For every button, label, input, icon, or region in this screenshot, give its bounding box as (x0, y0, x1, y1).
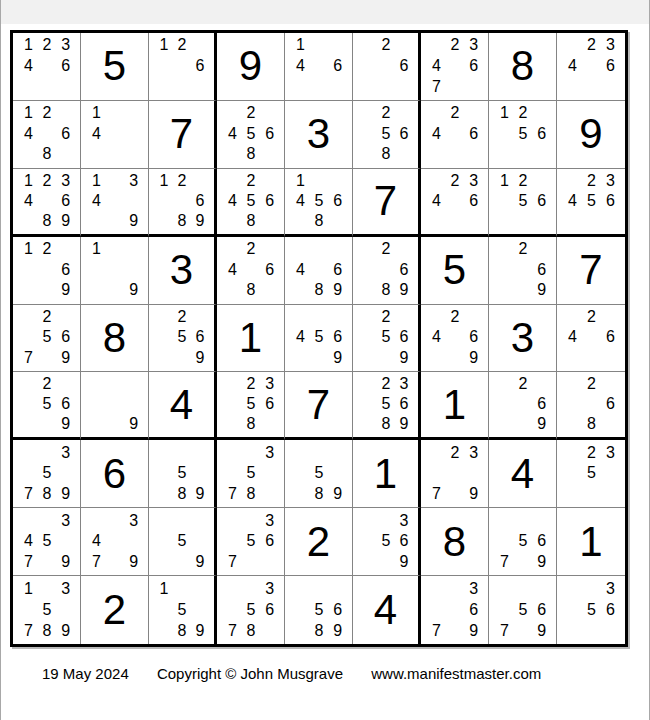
cell-r4c5[interactable]: 4689 (285, 237, 353, 305)
pencil-mark: 2 (242, 239, 261, 260)
pencil-mark (328, 171, 347, 191)
pencil-mark (291, 442, 310, 463)
pencil-mark (56, 307, 75, 328)
pencil-mark: 2 (582, 442, 601, 463)
pencil-mark (359, 144, 377, 165)
pencil-mark: 6 (191, 56, 209, 77)
cell-r4c1[interactable]: 1269 (13, 237, 81, 305)
pencil-mark: 2 (377, 35, 395, 56)
cell-r4c9[interactable]: 7 (557, 237, 625, 305)
cell-r7c4[interactable]: 3578 (217, 440, 285, 508)
pencil-mark (291, 599, 310, 620)
cell-r1c1[interactable]: 12346 (13, 33, 81, 101)
pencil-mark (563, 599, 582, 620)
cell-r2c3[interactable]: 7 (149, 101, 217, 169)
pencil-mark (124, 144, 143, 165)
pencil-mark (19, 463, 38, 484)
pencil-mark (495, 191, 514, 211)
cell-r9c7[interactable]: 3679 (421, 576, 489, 644)
pencil-mark: 6 (260, 599, 279, 620)
pencil-mark (563, 414, 582, 434)
cell-r7c2[interactable]: 6 (81, 440, 149, 508)
pencil-mark (223, 144, 242, 165)
pencil-mark: 6 (191, 191, 209, 211)
cell-r5c2[interactable]: 8 (81, 305, 149, 373)
pencil-marks: 9 (81, 372, 148, 437)
pencil-mark (377, 551, 395, 572)
cell-r6c3[interactable]: 4 (149, 372, 217, 440)
pencil-mark (155, 211, 173, 231)
pencil-mark: 6 (328, 259, 347, 280)
pencil-mark (124, 374, 143, 394)
pencil-mark (291, 578, 310, 599)
pencil-marks: 146 (285, 33, 352, 100)
pencil-mark (359, 510, 377, 531)
pencil-mark: 7 (495, 620, 514, 641)
cell-r6c9[interactable]: 268 (557, 372, 625, 440)
cell-r2c8[interactable]: 1256 (489, 101, 557, 169)
cell-r8c8[interactable]: 5679 (489, 508, 557, 576)
pencil-mark: 5 (377, 531, 395, 552)
pencil-mark: 1 (155, 171, 173, 191)
cell-r2c2[interactable]: 14 (81, 101, 149, 169)
pencil-mark (19, 259, 38, 280)
pencil-mark (223, 463, 242, 484)
pencil-mark (464, 76, 483, 97)
pencil-mark (260, 171, 279, 191)
pencil-mark (582, 211, 601, 231)
cell-r5c8[interactable]: 3 (489, 305, 557, 373)
pencil-mark (38, 191, 57, 211)
pencil-mark (87, 510, 106, 531)
pencil-mark: 5 (582, 599, 601, 620)
pencil-mark (601, 348, 620, 369)
pencil-mark (563, 171, 582, 191)
pencil-mark (395, 35, 413, 56)
pencil-mark (328, 76, 347, 97)
pencil-marks: 246 (421, 101, 488, 168)
pencil-mark: 3 (601, 35, 620, 56)
pencil-mark: 4 (19, 191, 38, 211)
pencil-mark: 3 (464, 578, 483, 599)
pencil-mark (223, 394, 242, 414)
pencil-marks: 23568 (217, 372, 284, 437)
pencil-mark (395, 76, 413, 97)
pencil-mark (291, 484, 310, 505)
cell-value: 1 (239, 317, 262, 359)
cell-r8c7[interactable]: 8 (421, 508, 489, 576)
pencil-mark (495, 510, 514, 531)
cell-r7c9[interactable]: 235 (557, 440, 625, 508)
cell-r9c6[interactable]: 4 (353, 576, 421, 644)
pencil-mark: 4 (223, 191, 242, 211)
pencil-mark: 8 (310, 484, 329, 505)
cell-r2c7[interactable]: 246 (421, 101, 489, 169)
cell-r9c1[interactable]: 135789 (13, 576, 81, 644)
pencil-mark (106, 259, 125, 280)
pencil-mark (464, 144, 483, 165)
pencil-mark (173, 510, 191, 531)
cell-r2c6[interactable]: 2568 (353, 101, 421, 169)
pencil-mark (328, 35, 347, 56)
pencil-mark: 3 (601, 442, 620, 463)
pencil-mark: 3 (56, 35, 75, 56)
pencil-mark (495, 374, 514, 394)
pencil-mark (377, 56, 395, 77)
pencil-mark: 5 (377, 327, 395, 348)
pencil-mark (446, 463, 465, 484)
pencil-mark: 5 (38, 599, 57, 620)
pencil-mark: 4 (87, 531, 106, 552)
pencil-mark (446, 599, 465, 620)
pencil-mark (464, 463, 483, 484)
pencil-marks: 269 (489, 372, 556, 437)
pencil-mark: 6 (260, 531, 279, 552)
pencil-mark (106, 103, 125, 124)
cell-r8c5[interactable]: 2 (285, 508, 353, 576)
cell-r6c4[interactable]: 23568 (217, 372, 285, 440)
pencil-mark: 8 (242, 620, 261, 641)
pencil-mark: 3 (124, 510, 143, 531)
pencil-mark: 5 (582, 463, 601, 484)
pencil-mark: 8 (242, 144, 261, 165)
cell-r5c3[interactable]: 2569 (149, 305, 217, 373)
pencil-mark (310, 76, 329, 97)
pencil-marks: 23456 (557, 169, 625, 234)
pencil-mark (514, 144, 533, 165)
pencil-mark (359, 551, 377, 572)
pencil-mark (495, 599, 514, 620)
pencil-marks: 34579 (13, 508, 80, 575)
pencil-marks: 135789 (13, 576, 80, 644)
pencil-marks: 268 (557, 372, 625, 437)
pencil-mark (446, 211, 465, 231)
cell-r8c3[interactable]: 59 (149, 508, 217, 576)
pencil-mark: 5 (242, 124, 261, 145)
pencil-marks: 2346 (421, 169, 488, 234)
cell-r4c7[interactable]: 5 (421, 237, 489, 305)
pencil-mark: 4 (427, 56, 446, 77)
pencil-mark (191, 307, 209, 328)
pencil-mark: 3 (395, 374, 413, 394)
pencil-mark (291, 76, 310, 97)
cell-r7c7[interactable]: 2379 (421, 440, 489, 508)
cell-value: 1 (443, 384, 466, 426)
cell-r5c7[interactable]: 2469 (421, 305, 489, 373)
cell-r9c4[interactable]: 35678 (217, 576, 285, 644)
footer-website: www.manifestmaster.com (371, 665, 541, 682)
cell-r1c6[interactable]: 26 (353, 33, 421, 101)
pencil-mark: 4 (87, 191, 106, 211)
pencil-mark (223, 531, 242, 552)
pencil-mark (106, 211, 125, 231)
pencil-mark (191, 599, 209, 620)
pencil-mark: 6 (395, 124, 413, 145)
cell-r5c5[interactable]: 4569 (285, 305, 353, 373)
cell-r1c7[interactable]: 23467 (421, 33, 489, 101)
cell-r1c3[interactable]: 126 (149, 33, 217, 101)
pencil-mark (359, 307, 377, 328)
pencil-marks: 2469 (421, 305, 488, 372)
pencil-mark: 6 (464, 56, 483, 77)
pencil-mark: 5 (242, 531, 261, 552)
cell-r1c8[interactable]: 8 (489, 33, 557, 101)
cell-r5c6[interactable]: 2569 (353, 305, 421, 373)
pencil-mark (38, 280, 57, 301)
pencil-mark (38, 76, 57, 97)
cell-r1c5[interactable]: 146 (285, 33, 353, 101)
pencil-mark: 9 (464, 620, 483, 641)
pencil-mark (19, 374, 38, 394)
cell-r2c4[interactable]: 24568 (217, 101, 285, 169)
cell-r2c9[interactable]: 9 (557, 101, 625, 169)
pencil-mark: 3 (601, 578, 620, 599)
cell-r1c4[interactable]: 9 (217, 33, 285, 101)
pencil-mark: 4 (291, 191, 310, 211)
pencil-mark (377, 348, 395, 369)
pencil-mark (223, 374, 242, 394)
pencil-mark: 2 (446, 35, 465, 56)
cell-r4c4[interactable]: 2468 (217, 237, 285, 305)
pencil-marks: 24568 (217, 169, 284, 234)
pencil-mark: 8 (310, 620, 329, 641)
cell-r9c2[interactable]: 2 (81, 576, 149, 644)
cell-r5c4[interactable]: 1 (217, 305, 285, 373)
pencil-marks: 5679 (489, 576, 556, 644)
pencil-mark (310, 348, 329, 369)
pencil-mark: 7 (223, 484, 242, 505)
pencil-mark (223, 280, 242, 301)
cell-value: 7 (170, 113, 193, 155)
cell-r3c4[interactable]: 24568 (217, 169, 285, 237)
cell-r2c1[interactable]: 12468 (13, 101, 81, 169)
cell-r9c5[interactable]: 5689 (285, 576, 353, 644)
cell-r3c7[interactable]: 2346 (421, 169, 489, 237)
pencil-mark: 6 (328, 599, 347, 620)
cell-r4c6[interactable]: 2689 (353, 237, 421, 305)
pencil-mark: 8 (582, 414, 601, 434)
cell-r6c5[interactable]: 7 (285, 372, 353, 440)
pencil-mark: 4 (427, 327, 446, 348)
cell-value: 2 (307, 521, 330, 563)
cell-r6c2[interactable]: 9 (81, 372, 149, 440)
pencil-marks: 235 (557, 440, 625, 507)
pencil-mark (563, 211, 582, 231)
cell-r8c9[interactable]: 1 (557, 508, 625, 576)
cell-r2c5[interactable]: 3 (285, 101, 353, 169)
pencil-mark (601, 463, 620, 484)
cell-value: 3 (307, 113, 330, 155)
pencil-mark: 2 (514, 103, 533, 124)
pencil-mark: 9 (124, 414, 143, 434)
pencil-mark (19, 510, 38, 531)
cell-value: 7 (579, 249, 602, 291)
cell-r5c1[interactable]: 25679 (13, 305, 81, 373)
pencil-mark: 8 (173, 620, 191, 641)
pencil-mark (310, 307, 329, 328)
pencil-mark: 3 (395, 510, 413, 531)
pencil-mark (106, 414, 125, 434)
footer-copyright: Copyright © John Musgrave (157, 665, 343, 682)
pencil-mark (427, 348, 446, 369)
pencil-mark: 3 (56, 578, 75, 599)
cell-r1c2[interactable]: 5 (81, 33, 149, 101)
pencil-mark: 1 (19, 171, 38, 191)
cell-value: 5 (443, 249, 466, 291)
cell-value: 1 (579, 521, 602, 563)
pencil-mark: 6 (532, 599, 551, 620)
cell-r8c2[interactable]: 3479 (81, 508, 149, 576)
pencil-mark (359, 124, 377, 145)
pencil-mark (601, 620, 620, 641)
pencil-mark (601, 374, 620, 394)
pencil-mark: 6 (464, 327, 483, 348)
cell-r3c2[interactable]: 1349 (81, 169, 149, 237)
pencil-mark (359, 348, 377, 369)
cell-r7c3[interactable]: 589 (149, 440, 217, 508)
pencil-marks: 2569 (353, 305, 418, 372)
cell-r9c9[interactable]: 356 (557, 576, 625, 644)
pencil-mark (395, 239, 413, 260)
pencil-mark: 2 (38, 103, 57, 124)
pencil-mark: 7 (495, 551, 514, 572)
pencil-mark: 6 (601, 327, 620, 348)
cell-r7c1[interactable]: 35789 (13, 440, 81, 508)
pencil-mark: 6 (191, 327, 209, 348)
pencil-mark (223, 442, 242, 463)
pencil-mark: 5 (310, 599, 329, 620)
cell-r3c9[interactable]: 23456 (557, 169, 625, 237)
pencil-mark (155, 76, 173, 97)
cell-r7c6[interactable]: 1 (353, 440, 421, 508)
footer-date: 19 May 2024 (42, 665, 129, 682)
pencil-mark (155, 327, 173, 348)
pencil-marks: 35789 (13, 440, 80, 507)
pencil-mark: 5 (173, 327, 191, 348)
pencil-mark (532, 171, 551, 191)
cell-r7c8[interactable]: 4 (489, 440, 557, 508)
pencil-mark: 4 (223, 259, 242, 280)
cell-r6c1[interactable]: 2569 (13, 372, 81, 440)
pencil-mark (38, 259, 57, 280)
pencil-mark: 3 (601, 171, 620, 191)
cell-r3c1[interactable]: 1234689 (13, 169, 81, 237)
cell-r4c3[interactable]: 3 (149, 237, 217, 305)
pencil-mark: 4 (291, 56, 310, 77)
cell-r9c8[interactable]: 5679 (489, 576, 557, 644)
pencil-mark (427, 599, 446, 620)
pencil-mark (191, 76, 209, 97)
pencil-mark (191, 171, 209, 191)
pencil-mark: 9 (191, 620, 209, 641)
pencil-mark (191, 510, 209, 531)
pencil-mark (155, 620, 173, 641)
pencil-mark (359, 259, 377, 280)
pencil-mark: 5 (173, 531, 191, 552)
pencil-mark: 4 (291, 259, 310, 280)
pencil-mark (124, 103, 143, 124)
pencil-mark (260, 463, 279, 484)
cell-value: 7 (307, 384, 330, 426)
pencil-mark (260, 620, 279, 641)
cell-r8c6[interactable]: 3569 (353, 508, 421, 576)
pencil-mark: 5 (310, 191, 329, 211)
pencil-mark (532, 103, 551, 124)
cell-r8c4[interactable]: 3567 (217, 508, 285, 576)
page-left-edge (0, 0, 1, 720)
cell-r3c3[interactable]: 12689 (149, 169, 217, 237)
pencil-mark: 1 (155, 578, 173, 599)
pencil-mark: 6 (532, 394, 551, 414)
pencil-mark: 9 (191, 348, 209, 369)
cell-r6c6[interactable]: 235689 (353, 372, 421, 440)
pencil-marks: 25679 (13, 305, 80, 372)
cell-r4c2[interactable]: 19 (81, 237, 149, 305)
pencil-mark: 9 (56, 211, 75, 231)
pencil-mark: 3 (56, 510, 75, 531)
pencil-mark (260, 144, 279, 165)
cell-r1c9[interactable]: 2346 (557, 33, 625, 101)
pencil-mark (446, 620, 465, 641)
pencil-mark (106, 510, 125, 531)
cell-r4c8[interactable]: 269 (489, 237, 557, 305)
pencil-mark: 9 (532, 620, 551, 641)
cell-r3c6[interactable]: 7 (353, 169, 421, 237)
pencil-mark (291, 239, 310, 260)
pencil-marks: 14568 (285, 169, 352, 234)
pencil-mark (532, 239, 551, 260)
pencil-mark (601, 414, 620, 434)
pencil-mark (173, 191, 191, 211)
pencil-mark (155, 551, 173, 572)
pencil-mark: 3 (56, 171, 75, 191)
cell-r6c8[interactable]: 269 (489, 372, 557, 440)
pencil-marks: 1234689 (13, 169, 80, 234)
pencil-mark: 6 (464, 124, 483, 145)
pencil-mark (427, 463, 446, 484)
pencil-mark (514, 510, 533, 531)
header-band (0, 0, 650, 24)
pencil-marks: 356 (557, 576, 625, 644)
pencil-mark: 2 (38, 374, 57, 394)
cell-value: 4 (511, 453, 534, 495)
cell-r9c3[interactable]: 1589 (149, 576, 217, 644)
pencil-mark (223, 103, 242, 124)
pencil-mark (124, 531, 143, 552)
pencil-mark (124, 239, 143, 260)
cell-value: 3 (511, 317, 534, 359)
pencil-mark: 4 (19, 56, 38, 77)
pencil-mark: 5 (514, 124, 533, 145)
cell-r3c8[interactable]: 1256 (489, 169, 557, 237)
pencil-marks: 2569 (149, 305, 214, 372)
pencil-marks: 235689 (353, 372, 418, 437)
cell-r8c1[interactable]: 34579 (13, 508, 81, 576)
pencil-mark (56, 144, 75, 165)
cell-r3c5[interactable]: 14568 (285, 169, 353, 237)
cell-r5c9[interactable]: 246 (557, 305, 625, 373)
pencil-mark: 4 (87, 124, 106, 145)
pencil-mark (155, 442, 173, 463)
cell-r7c5[interactable]: 589 (285, 440, 353, 508)
pencil-mark: 9 (532, 280, 551, 301)
pencil-mark: 8 (173, 211, 191, 231)
pencil-mark: 6 (260, 191, 279, 211)
pencil-mark: 9 (395, 348, 413, 369)
pencil-mark: 1 (19, 35, 38, 56)
cell-r6c7[interactable]: 1 (421, 372, 489, 440)
pencil-mark: 9 (124, 280, 143, 301)
